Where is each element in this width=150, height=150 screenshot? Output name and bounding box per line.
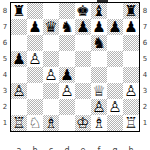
piece-bB-f8[interactable]: ♝ (92, 3, 105, 19)
rank-label-6: 6 (140, 35, 150, 51)
square-g5[interactable] (107, 51, 123, 67)
rank-label-5: 5 (140, 51, 150, 67)
square-c8[interactable] (43, 3, 59, 19)
square-d6[interactable] (59, 35, 75, 51)
square-e8[interactable]: ♚ (75, 3, 91, 19)
square-h7[interactable]: ♟ (123, 19, 139, 35)
piece-bK-e8[interactable]: ♚ (76, 3, 89, 19)
square-h4[interactable] (123, 67, 139, 83)
file-label-d: d (59, 146, 75, 150)
file-label-h: h (123, 146, 139, 150)
square-d2[interactable] (59, 99, 75, 115)
square-b7[interactable]: ♟ (27, 19, 43, 35)
piece-wB-f1[interactable]: ♗ (92, 115, 105, 131)
square-d8[interactable] (59, 3, 75, 19)
piece-bP-d4[interactable]: ♟ (60, 67, 73, 83)
piece-wQ-f3[interactable]: ♕ (92, 83, 105, 99)
square-g6[interactable] (107, 35, 123, 51)
square-g8[interactable] (107, 3, 123, 19)
square-h5[interactable] (123, 51, 139, 67)
square-a2[interactable] (11, 99, 27, 115)
piece-wP-g2[interactable]: ♙ (108, 99, 121, 115)
file-label-b: b (27, 146, 43, 150)
rank-label-1: 1 (0, 115, 10, 131)
square-c6[interactable] (43, 35, 59, 51)
square-d7[interactable]: ♞ (59, 19, 75, 35)
rank-labels-right: 87654321 (140, 3, 150, 131)
piece-bN-d7[interactable]: ♞ (60, 19, 73, 35)
piece-bP-g7[interactable]: ♟ (108, 19, 121, 35)
rank-label-1: 1 (140, 115, 150, 131)
square-a3[interactable]: ♙ (11, 83, 27, 99)
rank-labels-left: 87654321 (0, 3, 10, 131)
piece-wP-b5[interactable]: ♙ (28, 51, 41, 67)
rank-label-8: 8 (0, 3, 10, 19)
square-e7[interactable]: ♟ (75, 19, 91, 35)
square-c7[interactable]: ♛ (43, 19, 59, 35)
square-h1[interactable]: ♖ (123, 115, 139, 131)
square-g1[interactable] (107, 115, 123, 131)
piece-wP-c4[interactable]: ♙ (44, 67, 57, 83)
square-b5[interactable]: ♙ (27, 51, 43, 67)
piece-bP-h7[interactable]: ♟ (124, 19, 137, 35)
rank-label-6: 6 (0, 35, 10, 51)
square-f8[interactable]: ♝ (91, 3, 107, 19)
piece-bP-e7[interactable]: ♟ (76, 19, 89, 35)
file-labels-bottom: abcdefgh (11, 146, 139, 150)
square-f7[interactable]: ♟ (91, 19, 107, 35)
rank-label-2: 2 (0, 99, 10, 115)
rank-label-2: 2 (140, 99, 150, 115)
piece-wP-f2[interactable]: ♙ (92, 99, 105, 115)
piece-wR-a1[interactable]: ♖ (12, 115, 25, 131)
square-f3[interactable]: ♕ (91, 83, 107, 99)
square-e4[interactable] (75, 67, 91, 83)
square-b6[interactable] (27, 35, 43, 51)
square-c2[interactable] (43, 99, 59, 115)
square-c3[interactable] (43, 83, 59, 99)
rank-label-7: 7 (140, 19, 150, 35)
square-f1[interactable]: ♗ (91, 115, 107, 131)
square-d5[interactable] (59, 51, 75, 67)
square-c5[interactable] (43, 51, 59, 67)
piece-bP-a5[interactable]: ♟ (12, 51, 25, 67)
file-label-g: g (107, 146, 123, 150)
square-a5[interactable]: ♟ (11, 51, 27, 67)
square-a1[interactable]: ♖ (11, 115, 27, 131)
piece-wP-h3[interactable]: ♙ (124, 83, 137, 99)
square-g3[interactable] (107, 83, 123, 99)
square-d4[interactable]: ♟ (59, 67, 75, 83)
piece-bN-f6[interactable]: ♞ (92, 35, 105, 51)
piece-bR-h8[interactable]: ♜ (124, 3, 137, 19)
square-b2[interactable] (27, 99, 43, 115)
rank-label-3: 3 (140, 83, 150, 99)
file-label-a: a (11, 146, 27, 150)
piece-bR-a8[interactable]: ♜ (12, 3, 25, 19)
rank-label-8: 8 (140, 3, 150, 19)
square-a7[interactable] (11, 19, 27, 35)
square-b1[interactable]: ♘ (27, 115, 43, 131)
square-e1[interactable]: ♔ (75, 115, 91, 131)
square-b3[interactable] (27, 83, 43, 99)
square-e3[interactable] (75, 83, 91, 99)
square-h6[interactable] (123, 35, 139, 51)
square-f6[interactable]: ♞ (91, 35, 107, 51)
file-label-c: c (43, 146, 59, 150)
rank-label-4: 4 (140, 67, 150, 83)
square-g4[interactable] (107, 67, 123, 83)
square-h3[interactable]: ♙ (123, 83, 139, 99)
file-label-e: e (75, 146, 91, 150)
square-a8[interactable]: ♜ (11, 3, 27, 19)
rank-label-5: 5 (0, 51, 10, 67)
square-a4[interactable] (11, 67, 27, 83)
square-f5[interactable] (91, 51, 107, 67)
piece-wK-e1[interactable]: ♔ (76, 115, 89, 131)
square-h8[interactable]: ♜ (123, 3, 139, 19)
square-a6[interactable] (11, 35, 27, 51)
square-d1[interactable] (59, 115, 75, 131)
square-c1[interactable]: ♗ (43, 115, 59, 131)
square-c4[interactable]: ♙ (43, 67, 59, 83)
square-b4[interactable] (27, 67, 43, 83)
rank-label-3: 3 (0, 83, 10, 99)
piece-bP-b7[interactable]: ♟ (28, 19, 41, 35)
piece-wB-c1[interactable]: ♗ (44, 115, 57, 131)
square-d3[interactable]: ♙ (59, 83, 75, 99)
piece-bQ-c7[interactable]: ♛ (44, 19, 57, 35)
piece-wN-b1[interactable]: ♘ (28, 115, 41, 131)
square-e5[interactable] (75, 51, 91, 67)
piece-wP-d3[interactable]: ♙ (60, 83, 73, 99)
square-g2[interactable]: ♙ (107, 99, 123, 115)
square-f2[interactable]: ♙ (91, 99, 107, 115)
chess-diagram: 87654321 ♜♚♝♜♟♛♞♟♟♟♟♞♟♙♙♟♙♙♕♙♙♙♖♘♗♔♗♖ 87… (0, 0, 150, 150)
file-label-f: f (91, 146, 107, 150)
piece-wP-a3[interactable]: ♙ (12, 83, 25, 99)
square-f4[interactable] (91, 67, 107, 83)
square-e2[interactable] (75, 99, 91, 115)
rank-label-7: 7 (0, 19, 10, 35)
piece-wR-h1[interactable]: ♖ (124, 115, 137, 131)
square-g7[interactable]: ♟ (107, 19, 123, 35)
square-e6[interactable] (75, 35, 91, 51)
piece-bP-f7[interactable]: ♟ (92, 19, 105, 35)
rank-label-4: 4 (0, 67, 10, 83)
square-h2[interactable] (123, 99, 139, 115)
chess-board: ♜♚♝♜♟♛♞♟♟♟♟♞♟♙♙♟♙♙♕♙♙♙♖♘♗♔♗♖ (10, 2, 140, 132)
square-b8[interactable] (27, 3, 43, 19)
